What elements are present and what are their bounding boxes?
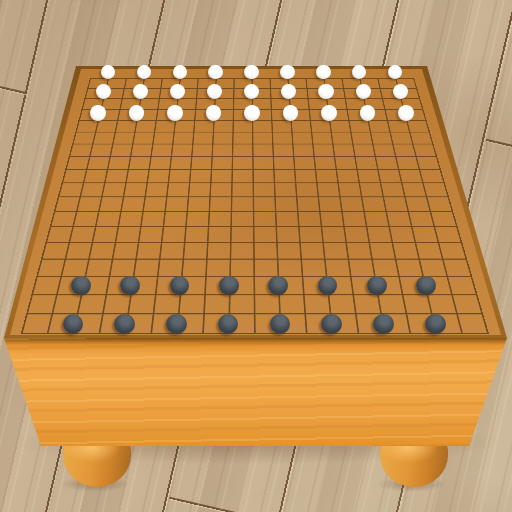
white-stone[interactable] (206, 105, 222, 121)
black-stone[interactable] (71, 276, 91, 296)
white-stone[interactable] (244, 105, 260, 121)
white-stone[interactable] (208, 65, 223, 80)
black-stone[interactable] (367, 276, 387, 296)
black-stone[interactable] (416, 276, 436, 296)
white-stone[interactable] (321, 105, 337, 121)
white-stone[interactable] (283, 105, 299, 121)
white-stone[interactable] (101, 65, 116, 80)
white-stone[interactable] (129, 105, 145, 121)
white-stone[interactable] (133, 84, 148, 99)
black-stone[interactable] (114, 314, 135, 335)
white-stone[interactable] (167, 105, 183, 121)
black-stone[interactable] (270, 314, 291, 335)
white-stone[interactable] (398, 105, 414, 121)
white-stone[interactable] (207, 84, 222, 99)
white-stone[interactable] (281, 84, 296, 99)
black-stone[interactable] (268, 276, 288, 296)
white-stone[interactable] (137, 65, 152, 80)
white-stone[interactable] (356, 84, 371, 99)
white-stone[interactable] (318, 84, 333, 99)
white-stone[interactable] (360, 105, 376, 121)
black-stone[interactable] (170, 276, 190, 296)
white-stone[interactable] (90, 105, 106, 121)
white-stone[interactable] (316, 65, 331, 80)
black-stone[interactable] (321, 314, 342, 335)
white-stone[interactable] (173, 65, 188, 80)
black-stone[interactable] (218, 314, 239, 335)
black-stone[interactable] (318, 276, 338, 296)
go-app-icon-scene (0, 0, 512, 512)
white-stone[interactable] (352, 65, 367, 80)
stones-layer (0, 0, 512, 512)
white-stone[interactable] (244, 65, 259, 80)
black-stone[interactable] (63, 314, 84, 335)
black-stone[interactable] (166, 314, 187, 335)
white-stone[interactable] (244, 84, 259, 99)
white-stone[interactable] (280, 65, 295, 80)
black-stone[interactable] (120, 276, 140, 296)
black-stone[interactable] (425, 314, 446, 335)
black-stone[interactable] (373, 314, 394, 335)
white-stone[interactable] (393, 84, 408, 99)
black-stone[interactable] (219, 276, 239, 296)
white-stone[interactable] (96, 84, 111, 99)
white-stone[interactable] (388, 65, 403, 80)
white-stone[interactable] (170, 84, 185, 99)
